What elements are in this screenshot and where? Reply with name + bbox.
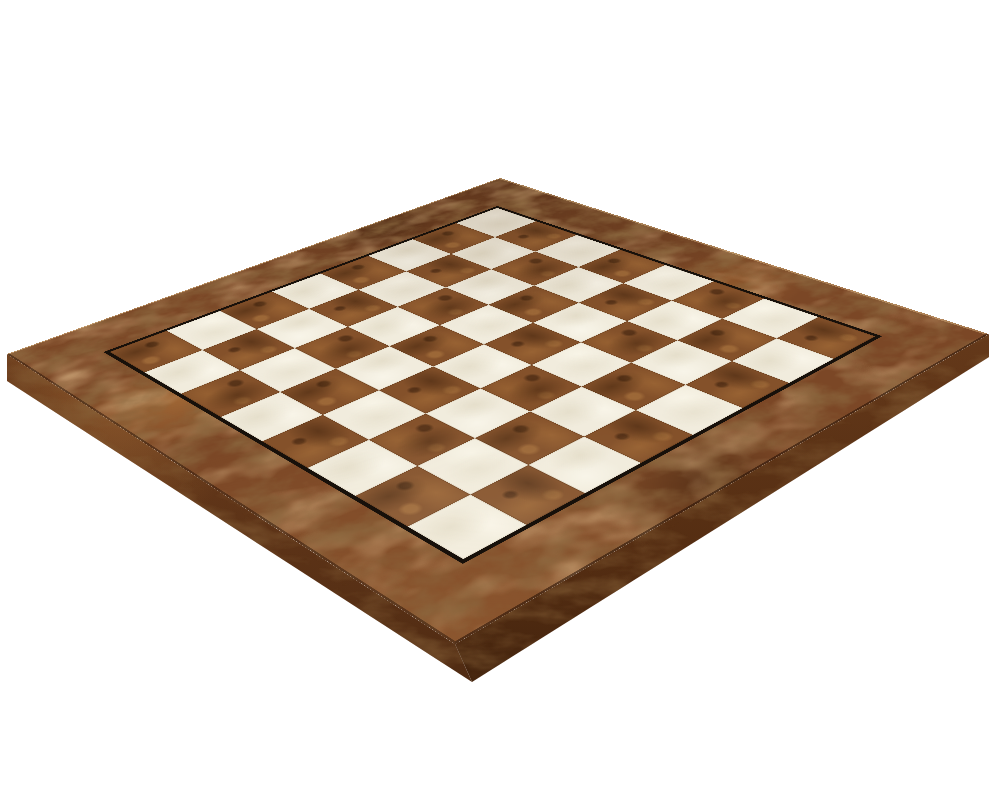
chess-board	[7, 178, 989, 644]
photo-background	[0, 0, 1000, 800]
